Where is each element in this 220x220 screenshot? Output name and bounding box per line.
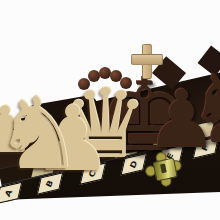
black-knight-piece: ♞ <box>186 58 220 158</box>
chess-set-photo: A B C D E F ♟ ♚ ♛ ♟ ♞ ♟ ♞ <box>0 0 220 220</box>
king-cross-finial-arm <box>131 54 163 65</box>
queen-crown-ball <box>120 77 132 89</box>
white-knight-piece: ♞ <box>0 84 84 184</box>
